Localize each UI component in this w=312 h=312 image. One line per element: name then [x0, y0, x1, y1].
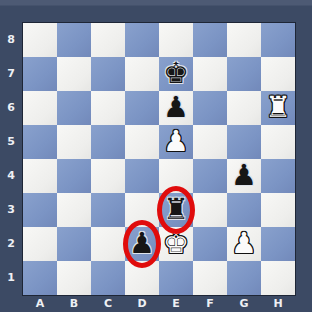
- file-label-d: D: [125, 295, 159, 312]
- square-g1[interactable]: [227, 261, 261, 295]
- square-h1[interactable]: [261, 261, 295, 295]
- square-h8[interactable]: [261, 23, 295, 57]
- square-f5[interactable]: [193, 125, 227, 159]
- rank-label-7: 7: [0, 57, 22, 91]
- square-d1[interactable]: [125, 261, 159, 295]
- square-e4[interactable]: [159, 159, 193, 193]
- square-g7[interactable]: [227, 57, 261, 91]
- square-h5[interactable]: [261, 125, 295, 159]
- rank-label-5: 5: [0, 125, 22, 159]
- square-c6[interactable]: [91, 91, 125, 125]
- file-label-b: B: [57, 295, 91, 312]
- square-d8[interactable]: [125, 23, 159, 57]
- square-c2[interactable]: [91, 227, 125, 261]
- square-e6[interactable]: ♟: [159, 91, 193, 125]
- square-e8[interactable]: [159, 23, 193, 57]
- square-c4[interactable]: [91, 159, 125, 193]
- square-c3[interactable]: [91, 193, 125, 227]
- square-d5[interactable]: [125, 125, 159, 159]
- square-f2[interactable]: [193, 227, 227, 261]
- square-a6[interactable]: [23, 91, 57, 125]
- rank-label-2: 2: [0, 227, 22, 261]
- square-e1[interactable]: [159, 261, 193, 295]
- square-d4[interactable]: [125, 159, 159, 193]
- square-a5[interactable]: [23, 125, 57, 159]
- square-e7[interactable]: ♚: [159, 57, 193, 91]
- square-f8[interactable]: [193, 23, 227, 57]
- square-f6[interactable]: [193, 91, 227, 125]
- square-a4[interactable]: [23, 159, 57, 193]
- rank-label-4: 4: [0, 159, 22, 193]
- square-g4[interactable]: ♟: [227, 159, 261, 193]
- rank-label-3: 3: [0, 193, 22, 227]
- square-b5[interactable]: [57, 125, 91, 159]
- square-a8[interactable]: [23, 23, 57, 57]
- square-e5[interactable]: ♟: [159, 125, 193, 159]
- square-b6[interactable]: [57, 91, 91, 125]
- square-g5[interactable]: [227, 125, 261, 159]
- square-a7[interactable]: [23, 57, 57, 91]
- file-label-a: A: [23, 295, 57, 312]
- file-label-c: C: [91, 295, 125, 312]
- square-c1[interactable]: [91, 261, 125, 295]
- square-c5[interactable]: [91, 125, 125, 159]
- square-f7[interactable]: [193, 57, 227, 91]
- square-g3[interactable]: [227, 193, 261, 227]
- piece-white-pawn[interactable]: ♟: [159, 125, 193, 159]
- piece-white-pawn[interactable]: ♟: [227, 227, 261, 261]
- piece-black-rook[interactable]: ♜: [159, 193, 193, 227]
- square-a2[interactable]: [23, 227, 57, 261]
- square-h6[interactable]: ♜: [261, 91, 295, 125]
- rank-label-6: 6: [0, 91, 22, 125]
- square-b7[interactable]: [57, 57, 91, 91]
- piece-black-pawn[interactable]: ♟: [227, 159, 261, 193]
- square-d2[interactable]: ♟: [125, 227, 159, 261]
- square-b2[interactable]: [57, 227, 91, 261]
- square-c8[interactable]: [91, 23, 125, 57]
- square-d6[interactable]: [125, 91, 159, 125]
- square-g6[interactable]: [227, 91, 261, 125]
- chess-board: ♚♟♜♟♟♜♟♚♟: [22, 22, 296, 296]
- square-d3[interactable]: [125, 193, 159, 227]
- square-b8[interactable]: [57, 23, 91, 57]
- piece-black-king[interactable]: ♚: [159, 57, 193, 91]
- square-a3[interactable]: [23, 193, 57, 227]
- square-b1[interactable]: [57, 261, 91, 295]
- square-f3[interactable]: [193, 193, 227, 227]
- file-label-e: E: [159, 295, 193, 312]
- square-h4[interactable]: [261, 159, 295, 193]
- square-h3[interactable]: [261, 193, 295, 227]
- file-label-f: F: [193, 295, 227, 312]
- file-label-g: G: [227, 295, 261, 312]
- square-e2[interactable]: ♚: [159, 227, 193, 261]
- rank-label-8: 8: [0, 23, 22, 57]
- square-h7[interactable]: [261, 57, 295, 91]
- square-a1[interactable]: [23, 261, 57, 295]
- square-g8[interactable]: [227, 23, 261, 57]
- chess-diagram: ♚♟♜♟♟♜♟♚♟ 87654321ABCDEFGH: [0, 0, 312, 312]
- file-label-h: H: [261, 295, 295, 312]
- piece-black-pawn[interactable]: ♟: [125, 227, 159, 261]
- piece-black-pawn[interactable]: ♟: [159, 91, 193, 125]
- square-b4[interactable]: [57, 159, 91, 193]
- piece-white-rook[interactable]: ♜: [261, 91, 295, 125]
- square-c7[interactable]: [91, 57, 125, 91]
- piece-white-king[interactable]: ♚: [159, 227, 193, 261]
- square-f4[interactable]: [193, 159, 227, 193]
- square-d7[interactable]: [125, 57, 159, 91]
- square-e3[interactable]: ♜: [159, 193, 193, 227]
- rank-label-1: 1: [0, 261, 22, 295]
- square-g2[interactable]: ♟: [227, 227, 261, 261]
- square-h2[interactable]: [261, 227, 295, 261]
- square-b3[interactable]: [57, 193, 91, 227]
- square-f1[interactable]: [193, 261, 227, 295]
